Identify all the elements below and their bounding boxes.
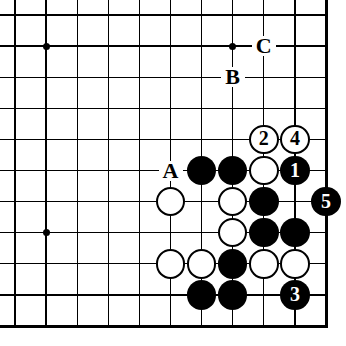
point-label-c[interactable]: C	[252, 36, 276, 56]
stone-white[interactable]	[156, 187, 186, 217]
move-number: 1	[290, 160, 300, 180]
board-right-edge	[325, 0, 328, 328]
stone-black-move-3[interactable]: 3	[280, 280, 310, 310]
stone-black-move-1[interactable]: 1	[280, 156, 310, 186]
grid-hline-2	[0, 77, 328, 78]
stone-white[interactable]	[280, 249, 310, 279]
grid-vline-2	[77, 0, 78, 328]
stone-white[interactable]	[249, 249, 279, 279]
star-point	[229, 43, 236, 50]
stone-black[interactable]	[187, 156, 217, 186]
grid-vline-0	[14, 0, 15, 328]
go-board[interactable]: 24153ABC	[0, 0, 346, 346]
stone-white[interactable]	[249, 156, 279, 186]
move-number: 5	[321, 191, 331, 211]
grid-vline-3	[108, 0, 109, 328]
move-number: 3	[290, 284, 300, 304]
move-number: 2	[259, 128, 269, 148]
stone-black[interactable]	[218, 156, 248, 186]
go-diagram: 24153ABC	[0, 0, 346, 346]
star-point	[43, 229, 50, 236]
point-label-b[interactable]: B	[221, 67, 245, 87]
stone-black[interactable]	[218, 249, 248, 279]
stone-black[interactable]	[218, 280, 248, 310]
grid-hline-0	[0, 14, 328, 15]
stone-white[interactable]	[187, 249, 217, 279]
stone-black-move-5[interactable]: 5	[311, 187, 341, 217]
stone-white-move-4[interactable]: 4	[280, 125, 310, 155]
stone-white-move-2[interactable]: 2	[249, 125, 279, 155]
stone-black[interactable]	[249, 187, 279, 217]
grid-hline-9	[0, 294, 328, 295]
stone-black[interactable]	[249, 218, 279, 248]
stone-white[interactable]	[156, 249, 186, 279]
board-bottom-edge	[0, 325, 328, 328]
move-number: 4	[290, 128, 300, 148]
stone-black[interactable]	[280, 218, 310, 248]
stone-black[interactable]	[187, 280, 217, 310]
grid-vline-4	[139, 0, 140, 328]
star-point	[43, 43, 50, 50]
grid-hline-3	[0, 108, 328, 109]
stone-white[interactable]	[218, 218, 248, 248]
point-label-a[interactable]: A	[159, 161, 183, 181]
stone-white[interactable]	[218, 187, 248, 217]
